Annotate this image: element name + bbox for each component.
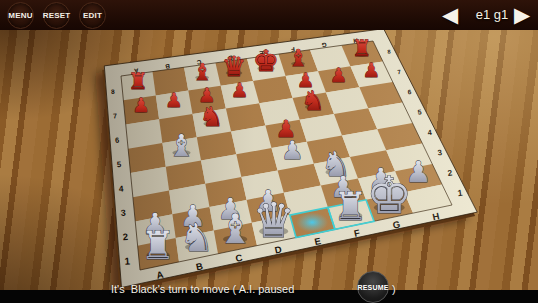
piece-black-king-e8[interactable]: ♚ [253,44,279,78]
piece-white-king-g1[interactable]: ♚ [366,165,412,225]
menu-button[interactable]: MENU [7,2,34,29]
piece-white-knight-b1[interactable]: ♞ [179,215,214,260]
rank-label-left-6: 6 [115,136,120,145]
chess-board[interactable]: 8877665544332211AABBCCDDEEFFGGHH♜♝♛♚♝♜♟♟… [0,0,538,303]
resume-button[interactable]: RESUME [357,271,389,303]
piece-white-bishop-b5[interactable]: ♝ [168,128,195,163]
piece-white-rook-f1[interactable]: ♜ [333,184,368,229]
piece-black-pawn-h7[interactable]: ♟ [363,59,381,82]
status-text: It's Black's turn to move ( A.I. paused [111,283,294,295]
piece-white-rook-a1[interactable]: ♜ [141,223,176,268]
rank-label-left-7: 7 [113,112,117,119]
piece-black-rook-a8[interactable]: ♜ [128,68,148,94]
rank-label-left-2: 2 [122,231,128,242]
next-move-button[interactable]: ▶ [508,1,536,29]
piece-black-pawn-d7[interactable]: ♟ [231,79,249,102]
piece-black-pawn-a7[interactable]: ♟ [132,94,150,117]
reset-button[interactable]: RESET [43,2,70,29]
last-move-glow [296,212,328,232]
edit-button[interactable]: EDIT [79,2,106,29]
piece-white-pawn-e4[interactable]: ♟ [281,135,304,165]
rank-label-left-3: 3 [120,208,126,218]
piece-black-knight-f6[interactable]: ♞ [301,85,325,116]
piece-black-bishop-f8[interactable]: ♝ [288,45,309,71]
piece-black-pawn-g7[interactable]: ♟ [330,64,348,87]
piece-white-bishop-c1[interactable]: ♝ [217,205,253,253]
prev-move-button[interactable]: ◀ [436,1,464,29]
status-text-paren: ) [392,283,396,295]
piece-black-rook-h8[interactable]: ♜ [352,35,372,61]
top-bar: MENU RESET EDIT ◀ e1 g1 ▶ [0,0,538,30]
piece-white-queen-d1[interactable]: ♛ [252,192,295,248]
piece-black-bishop-c8[interactable]: ♝ [192,59,213,85]
piece-black-pawn-b7[interactable]: ♟ [165,89,183,112]
app-window: 8877665544332211AABBCCDDEEFFGGHH♜♝♛♚♝♜♟♟… [0,0,538,303]
piece-black-queen-d8[interactable]: ♛ [222,50,247,82]
piece-black-knight-c6[interactable]: ♞ [199,101,223,132]
